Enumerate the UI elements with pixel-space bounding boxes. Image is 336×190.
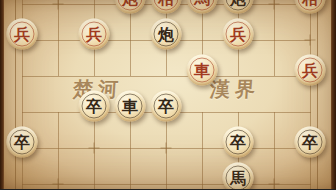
piece-character: 卒 — [7, 127, 38, 158]
piece-character: 車 — [187, 55, 218, 86]
grid-line — [130, 112, 131, 189]
piece-black-horse[interactable]: 馬 — [223, 163, 254, 190]
piece-red-chariot[interactable]: 車 — [187, 55, 218, 86]
piece-red-soldier[interactable]: 兵 — [223, 19, 254, 50]
grid-line — [317, 0, 318, 189]
piece-character: 卒 — [223, 127, 254, 158]
piece-character: 炮 — [223, 0, 254, 14]
grid-line — [202, 112, 203, 189]
piece-black-cannon[interactable]: 炮 — [223, 0, 254, 14]
piece-black-cannon[interactable]: 炮 — [151, 19, 182, 50]
piece-character: 兵 — [295, 55, 326, 86]
piece-black-chariot[interactable]: 車 — [115, 91, 146, 122]
point-marker — [53, 0, 64, 10]
piece-red-soldier[interactable]: 兵 — [79, 19, 110, 50]
board-edge-left — [0, 0, 4, 189]
grid-line — [22, 76, 311, 77]
point-marker — [269, 179, 280, 190]
grid-line — [58, 112, 59, 189]
grid-line — [58, 0, 59, 76]
piece-character: 卒 — [295, 127, 326, 158]
piece-character: 卒 — [79, 91, 110, 122]
grid-line — [274, 0, 275, 76]
board-edge-right — [331, 0, 336, 189]
piece-character: 相 — [151, 0, 182, 14]
point-marker — [53, 179, 64, 190]
piece-character: 炮 — [115, 0, 146, 14]
piece-black-soldier[interactable]: 卒 — [295, 127, 326, 158]
piece-black-soldier[interactable]: 卒 — [7, 127, 38, 158]
piece-character: 卒 — [151, 91, 182, 122]
grid-line — [274, 112, 275, 189]
piece-black-soldier[interactable]: 卒 — [151, 91, 182, 122]
point-marker — [161, 143, 172, 154]
piece-character: 馬 — [223, 163, 254, 190]
piece-character: 車 — [115, 91, 146, 122]
point-marker — [305, 35, 316, 46]
piece-character: 馬 — [187, 0, 218, 14]
piece-character: 兵 — [223, 19, 254, 50]
piece-red-horse[interactable]: 馬 — [187, 0, 218, 14]
point-marker — [269, 0, 280, 10]
piece-character: 兵 — [79, 19, 110, 50]
piece-black-soldier[interactable]: 卒 — [223, 127, 254, 158]
xiangqi-board[interactable]: 楚河 漢界 炮相馬炮相兵兵炮兵車兵卒車卒卒卒卒馬 — [0, 0, 336, 189]
grid-line — [310, 0, 311, 189]
piece-character: 炮 — [151, 19, 182, 50]
piece-character: 相 — [295, 0, 326, 14]
piece-red-soldier[interactable]: 兵 — [7, 19, 38, 50]
piece-black-soldier[interactable]: 卒 — [79, 91, 110, 122]
piece-red-soldier[interactable]: 兵 — [295, 55, 326, 86]
piece-character: 兵 — [7, 19, 38, 50]
piece-red-elephant[interactable]: 相 — [151, 0, 182, 14]
piece-red-cannon[interactable]: 炮 — [115, 0, 146, 14]
piece-red-elephant[interactable]: 相 — [295, 0, 326, 14]
point-marker — [89, 143, 100, 154]
